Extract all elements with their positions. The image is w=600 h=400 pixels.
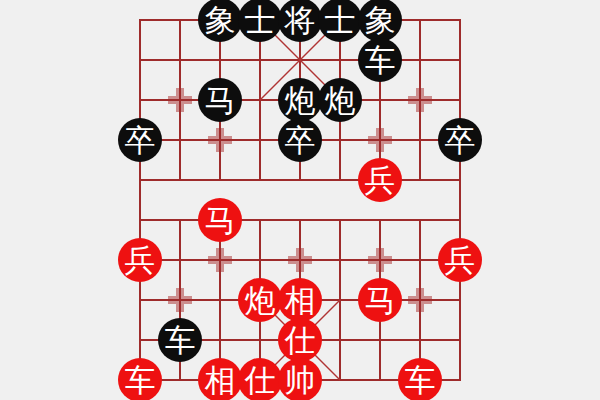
piece-black-pawn[interactable]: 卒 bbox=[278, 118, 322, 162]
piece-red-advisor[interactable]: 仕 bbox=[238, 358, 282, 400]
xiangqi-screen: 象士将士象车马炮炮卒卒卒兵马兵兵炮相马车仕车相仕帅车 bbox=[0, 0, 600, 400]
piece-red-chariot[interactable]: 车 bbox=[118, 358, 162, 400]
piece-red-pawn[interactable]: 兵 bbox=[118, 238, 162, 282]
piece-red-general[interactable]: 帅 bbox=[278, 358, 322, 400]
piece-black-cannon[interactable]: 炮 bbox=[318, 78, 362, 122]
piece-red-pawn[interactable]: 兵 bbox=[438, 238, 482, 282]
piece-black-elephant[interactable]: 象 bbox=[198, 0, 242, 42]
piece-black-cannon[interactable]: 炮 bbox=[278, 78, 322, 122]
piece-black-chariot[interactable]: 车 bbox=[358, 38, 402, 82]
piece-black-advisor[interactable]: 士 bbox=[318, 0, 362, 42]
piece-red-horse[interactable]: 马 bbox=[358, 278, 402, 322]
piece-red-pawn[interactable]: 兵 bbox=[358, 158, 402, 202]
piece-black-general[interactable]: 将 bbox=[278, 0, 322, 42]
piece-black-advisor[interactable]: 士 bbox=[238, 0, 282, 42]
piece-red-advisor[interactable]: 仕 bbox=[278, 318, 322, 362]
piece-red-elephant[interactable]: 相 bbox=[278, 278, 322, 322]
piece-black-horse[interactable]: 马 bbox=[198, 78, 242, 122]
piece-red-horse[interactable]: 马 bbox=[198, 198, 242, 242]
xiangqi-board: 象士将士象车马炮炮卒卒卒兵马兵兵炮相马车仕车相仕帅车 bbox=[140, 20, 460, 380]
piece-black-pawn[interactable]: 卒 bbox=[438, 118, 482, 162]
piece-black-chariot[interactable]: 车 bbox=[158, 318, 202, 362]
piece-red-elephant[interactable]: 相 bbox=[198, 358, 242, 400]
piece-red-chariot[interactable]: 车 bbox=[398, 358, 442, 400]
piece-black-pawn[interactable]: 卒 bbox=[118, 118, 162, 162]
piece-red-cannon[interactable]: 炮 bbox=[238, 278, 282, 322]
piece-black-elephant[interactable]: 象 bbox=[358, 0, 402, 42]
